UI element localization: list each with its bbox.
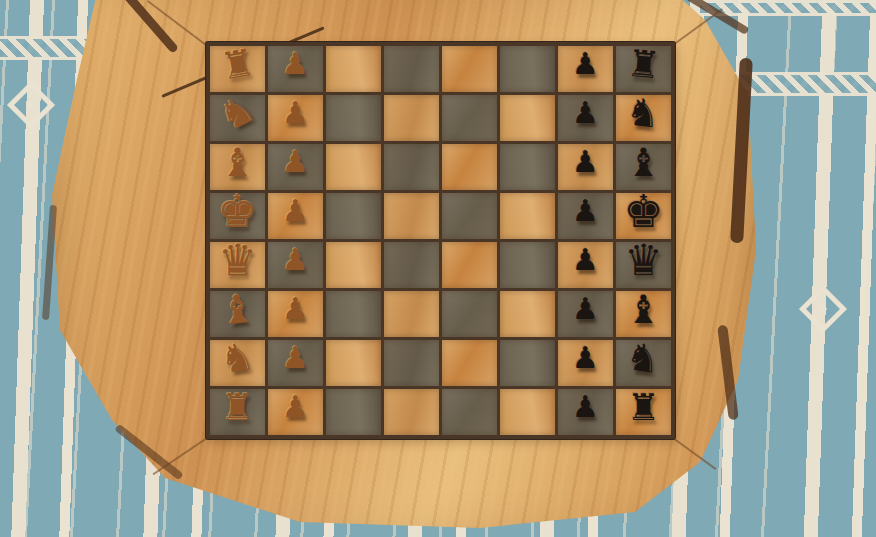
square-d6[interactable] <box>500 242 555 288</box>
chess-board: ♜♟♟♜♞♟♟♞♝♟♟♝♚♟♟♚♛♟♟♛♝♟♟♝♞♟♟♞♜♟♟♜ <box>206 42 675 439</box>
square-g7[interactable]: ♟ <box>558 95 613 141</box>
square-a4[interactable] <box>384 389 439 435</box>
square-f6[interactable] <box>500 144 555 190</box>
black-pawn[interactable]: ♟ <box>572 343 599 373</box>
square-f1[interactable]: ♝ <box>210 144 265 190</box>
square-f4[interactable] <box>384 144 439 190</box>
white-rook[interactable]: ♜ <box>218 43 257 85</box>
square-f3[interactable] <box>326 144 381 190</box>
square-a6[interactable] <box>500 389 555 435</box>
white-rook[interactable]: ♜ <box>221 389 254 426</box>
rug-diamond-motif <box>7 81 55 129</box>
square-h7[interactable]: ♟ <box>558 46 613 92</box>
square-e1[interactable]: ♚ <box>210 193 265 239</box>
square-b2[interactable]: ♟ <box>268 340 323 386</box>
square-d7[interactable]: ♟ <box>558 242 613 288</box>
black-pawn[interactable]: ♟ <box>572 147 599 177</box>
square-a7[interactable]: ♟ <box>558 389 613 435</box>
square-e3[interactable] <box>326 193 381 239</box>
square-f7[interactable]: ♟ <box>558 144 613 190</box>
white-queen[interactable]: ♛ <box>218 239 257 282</box>
square-c1[interactable]: ♝ <box>210 291 265 337</box>
square-d1[interactable]: ♛ <box>210 242 265 288</box>
black-pawn[interactable]: ♟ <box>572 294 599 324</box>
square-c8[interactable]: ♝ <box>616 291 671 337</box>
square-f8[interactable]: ♝ <box>616 144 671 190</box>
black-knight[interactable]: ♞ <box>624 337 663 379</box>
square-b6[interactable] <box>500 340 555 386</box>
white-bishop[interactable]: ♝ <box>220 143 255 182</box>
white-pawn[interactable]: ♟ <box>282 294 309 324</box>
square-d3[interactable] <box>326 242 381 288</box>
black-king[interactable]: ♚ <box>623 189 663 234</box>
square-e7[interactable]: ♟ <box>558 193 613 239</box>
square-c2[interactable]: ♟ <box>268 291 323 337</box>
square-a5[interactable] <box>442 389 497 435</box>
square-g1[interactable]: ♞ <box>210 95 265 141</box>
white-knight[interactable]: ♞ <box>218 337 257 379</box>
square-c5[interactable] <box>442 291 497 337</box>
black-pawn[interactable]: ♟ <box>572 98 599 128</box>
rug-diamond-motif <box>799 285 847 333</box>
square-e4[interactable] <box>384 193 439 239</box>
square-c3[interactable] <box>326 291 381 337</box>
black-pawn[interactable]: ♟ <box>572 49 599 79</box>
black-bishop[interactable]: ♝ <box>626 290 661 329</box>
square-e5[interactable] <box>442 193 497 239</box>
white-pawn[interactable]: ♟ <box>282 98 309 128</box>
black-pawn[interactable]: ♟ <box>572 245 599 275</box>
white-pawn[interactable]: ♟ <box>282 147 309 177</box>
square-d4[interactable] <box>384 242 439 288</box>
black-bishop[interactable]: ♝ <box>626 143 661 182</box>
white-bishop[interactable]: ♝ <box>218 288 257 330</box>
square-e6[interactable] <box>500 193 555 239</box>
square-d2[interactable]: ♟ <box>268 242 323 288</box>
square-a8[interactable]: ♜ <box>616 389 671 435</box>
square-g3[interactable] <box>326 95 381 141</box>
square-e2[interactable]: ♟ <box>268 193 323 239</box>
black-pawn[interactable]: ♟ <box>572 196 599 226</box>
square-c7[interactable]: ♟ <box>558 291 613 337</box>
square-h3[interactable] <box>326 46 381 92</box>
white-pawn[interactable]: ♟ <box>282 245 309 275</box>
square-g2[interactable]: ♟ <box>268 95 323 141</box>
square-h8[interactable]: ♜ <box>616 46 671 92</box>
black-rook[interactable]: ♜ <box>625 44 661 84</box>
square-e8[interactable]: ♚ <box>616 193 671 239</box>
black-pawn[interactable]: ♟ <box>572 392 599 422</box>
black-rook[interactable]: ♜ <box>627 389 660 426</box>
white-pawn[interactable]: ♟ <box>282 196 309 226</box>
square-a1[interactable]: ♜ <box>210 389 265 435</box>
square-a3[interactable] <box>326 389 381 435</box>
square-f5[interactable] <box>442 144 497 190</box>
square-b5[interactable] <box>442 340 497 386</box>
square-h6[interactable] <box>500 46 555 92</box>
square-g5[interactable] <box>442 95 497 141</box>
black-queen[interactable]: ♛ <box>624 239 663 282</box>
square-c4[interactable] <box>384 291 439 337</box>
white-king[interactable]: ♚ <box>217 189 257 234</box>
square-h1[interactable]: ♜ <box>210 46 265 92</box>
square-h5[interactable] <box>442 46 497 92</box>
square-g4[interactable] <box>384 95 439 141</box>
white-pawn[interactable]: ♟ <box>282 392 309 422</box>
square-b3[interactable] <box>326 340 381 386</box>
black-knight[interactable]: ♞ <box>625 92 663 133</box>
square-b8[interactable]: ♞ <box>616 340 671 386</box>
square-h2[interactable]: ♟ <box>268 46 323 92</box>
white-knight[interactable]: ♞ <box>214 88 261 137</box>
square-d5[interactable] <box>442 242 497 288</box>
square-b7[interactable]: ♟ <box>558 340 613 386</box>
square-b1[interactable]: ♞ <box>210 340 265 386</box>
white-pawn[interactable]: ♟ <box>282 343 309 373</box>
square-g8[interactable]: ♞ <box>616 95 671 141</box>
square-f2[interactable]: ♟ <box>268 144 323 190</box>
square-b4[interactable] <box>384 340 439 386</box>
square-h4[interactable] <box>384 46 439 92</box>
chessboard-photo-scene: { "game": "chess", "scene": { "set_style… <box>0 0 876 537</box>
square-a2[interactable]: ♟ <box>268 389 323 435</box>
square-d8[interactable]: ♛ <box>616 242 671 288</box>
white-pawn[interactable]: ♟ <box>282 49 309 79</box>
square-g6[interactable] <box>500 95 555 141</box>
square-c6[interactable] <box>500 291 555 337</box>
